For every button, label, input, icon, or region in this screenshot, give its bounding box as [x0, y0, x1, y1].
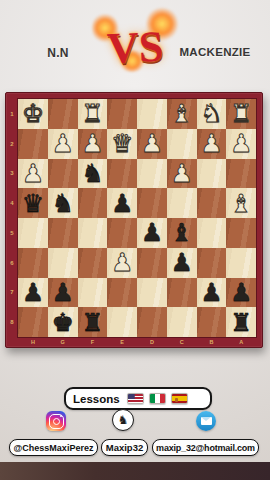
- lichess-icon[interactable]: ♞: [112, 409, 134, 431]
- video-frame: N.N VS MACKENZIE 12345678 ♚♜♝♞♜♟♟♛♟♟♟♟♞♟…: [0, 0, 270, 480]
- black-player-name: MACKENZIE: [166, 46, 264, 58]
- white-pawn: ♟: [141, 131, 163, 156]
- square-d4: [137, 188, 167, 218]
- file-label-f: f: [78, 337, 108, 349]
- square-h3: ♟: [18, 159, 48, 189]
- square-g5: [48, 218, 78, 248]
- square-b1: ♞: [197, 99, 227, 129]
- square-f7: [78, 278, 108, 308]
- file-label-h: h: [18, 337, 48, 349]
- square-e5: [107, 218, 137, 248]
- square-h4: ♛: [18, 188, 48, 218]
- instagram-camera-lens: [53, 418, 60, 425]
- square-g4: ♞: [48, 188, 78, 218]
- chess-board: 12345678 ♚♜♝♞♜♟♟♛♟♟♟♟♞♟♛♞♟♝♟♝♟♟♟♟♟♟♚♜♜ h…: [5, 92, 263, 348]
- square-g2: ♟: [48, 129, 78, 159]
- white-pawn: ♟: [22, 161, 44, 186]
- square-e8: [107, 307, 137, 337]
- black-pawn: ♟: [230, 280, 252, 305]
- white-knight: ♞: [200, 101, 222, 126]
- rank-label-4: 4: [6, 188, 18, 218]
- square-g3: [48, 159, 78, 189]
- square-f1: ♜: [78, 99, 108, 129]
- rank-labels: 12345678: [6, 99, 18, 337]
- usa-flag-icon: [127, 393, 144, 404]
- rank-label-3: 3: [6, 159, 18, 189]
- square-h2: [18, 129, 48, 159]
- square-h8: [18, 307, 48, 337]
- square-a2: ♟: [226, 129, 256, 159]
- square-a1: ♜: [226, 99, 256, 129]
- white-rook: ♜: [81, 101, 103, 126]
- rank-label-2: 2: [6, 129, 18, 159]
- rank-label-8: 8: [6, 307, 18, 337]
- square-a6: [226, 248, 256, 278]
- black-king: ♚: [51, 310, 73, 335]
- white-pawn: ♟: [111, 250, 133, 275]
- square-a3: [226, 159, 256, 189]
- square-b4: [197, 188, 227, 218]
- square-e4: ♟: [107, 188, 137, 218]
- square-b8: [197, 307, 227, 337]
- lichess-handle-pill[interactable]: Maxip32: [101, 439, 148, 456]
- square-d6: [137, 248, 167, 278]
- white-bishop: ♝: [170, 101, 192, 126]
- square-a7: ♟: [226, 278, 256, 308]
- square-g8: ♚: [48, 307, 78, 337]
- lessons-label: Lessons: [73, 393, 120, 405]
- square-c8: [167, 307, 197, 337]
- black-pawn: ♟: [51, 280, 73, 305]
- square-e6: ♟: [107, 248, 137, 278]
- square-c3: ♟: [167, 159, 197, 189]
- black-knight: ♞: [81, 161, 103, 186]
- black-queen: ♛: [22, 191, 44, 216]
- black-pawn: ♟: [200, 280, 222, 305]
- rank-label-1: 1: [6, 99, 18, 129]
- square-b6: [197, 248, 227, 278]
- square-c1: ♝: [167, 99, 197, 129]
- square-f5: [78, 218, 108, 248]
- lessons-pill: Lessons: [64, 387, 212, 410]
- black-bishop: ♝: [170, 220, 192, 245]
- square-a4: ♝: [226, 188, 256, 218]
- black-knight: ♞: [51, 191, 73, 216]
- file-label-a: a: [226, 337, 256, 349]
- square-g7: ♟: [48, 278, 78, 308]
- square-f4: [78, 188, 108, 218]
- black-rook: ♜: [230, 310, 252, 335]
- square-c5: ♝: [167, 218, 197, 248]
- square-d3: [137, 159, 167, 189]
- square-g6: [48, 248, 78, 278]
- black-rook: ♜: [81, 310, 103, 335]
- email-address-pill[interactable]: maxip_32@hotmail.com: [152, 439, 259, 456]
- white-pawn: ♟: [230, 131, 252, 156]
- square-d1: [137, 99, 167, 129]
- file-label-b: b: [197, 337, 227, 349]
- square-d2: ♟: [137, 129, 167, 159]
- square-c4: [167, 188, 197, 218]
- square-d8: [137, 307, 167, 337]
- square-h5: [18, 218, 48, 248]
- instagram-handle-pill[interactable]: @ChessMaxiPerez: [9, 439, 98, 456]
- square-f6: [78, 248, 108, 278]
- white-pawn: ♟: [51, 131, 73, 156]
- file-label-e: e: [107, 337, 137, 349]
- board-grid: ♚♜♝♞♜♟♟♛♟♟♟♟♞♟♛♞♟♝♟♝♟♟♟♟♟♟♚♜♜: [18, 99, 256, 337]
- black-pawn: ♟: [22, 280, 44, 305]
- square-c6: ♟: [167, 248, 197, 278]
- italy-flag-icon: [149, 393, 166, 404]
- file-labels: hgfedcba: [18, 337, 256, 349]
- square-h1: ♚: [18, 99, 48, 129]
- bottom-band: [0, 462, 270, 480]
- square-g1: [48, 99, 78, 129]
- white-bishop: ♝: [230, 191, 252, 216]
- white-pawn: ♟: [170, 161, 192, 186]
- file-label-d: d: [137, 337, 167, 349]
- square-e1: [107, 99, 137, 129]
- square-c7: [167, 278, 197, 308]
- square-c2: [167, 129, 197, 159]
- square-f3: ♞: [78, 159, 108, 189]
- square-b5: [197, 218, 227, 248]
- square-f2: ♟: [78, 129, 108, 159]
- white-queen: ♛: [111, 131, 133, 156]
- square-e7: [107, 278, 137, 308]
- spain-flag-icon: [171, 393, 188, 404]
- instagram-icon[interactable]: [46, 411, 66, 431]
- rank-label-7: 7: [6, 278, 18, 308]
- rank-label-5: 5: [6, 218, 18, 248]
- white-pawn: ♟: [81, 131, 103, 156]
- square-f8: ♜: [78, 307, 108, 337]
- black-pawn: ♟: [141, 220, 163, 245]
- knight-logo-icon: ♞: [118, 414, 129, 426]
- square-e2: ♛: [107, 129, 137, 159]
- white-rook: ♜: [230, 101, 252, 126]
- square-a5: [226, 218, 256, 248]
- file-label-c: c: [167, 337, 197, 349]
- square-a8: ♜: [226, 307, 256, 337]
- square-b3: [197, 159, 227, 189]
- file-label-g: g: [48, 337, 78, 349]
- square-b2: ♟: [197, 129, 227, 159]
- square-d5: ♟: [137, 218, 167, 248]
- email-icon[interactable]: [196, 411, 216, 431]
- square-d7: [137, 278, 167, 308]
- black-pawn: ♟: [111, 191, 133, 216]
- square-e3: [107, 159, 137, 189]
- square-h6: [18, 248, 48, 278]
- square-h7: ♟: [18, 278, 48, 308]
- rank-label-6: 6: [6, 248, 18, 278]
- black-pawn: ♟: [170, 250, 192, 275]
- white-king: ♚: [22, 101, 44, 126]
- vs-label: VS: [95, 15, 175, 82]
- square-b7: ♟: [197, 278, 227, 308]
- white-pawn: ♟: [200, 131, 222, 156]
- envelope-icon: [201, 417, 212, 425]
- white-player-name: N.N: [20, 46, 96, 60]
